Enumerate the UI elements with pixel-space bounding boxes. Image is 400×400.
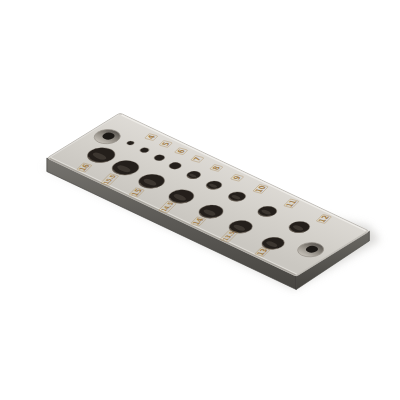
product-photo: 4567891011121615.51514.51413.513 <box>0 0 400 400</box>
drawplate-photo: 4567891011121615.51514.51413.513 <box>0 0 400 400</box>
